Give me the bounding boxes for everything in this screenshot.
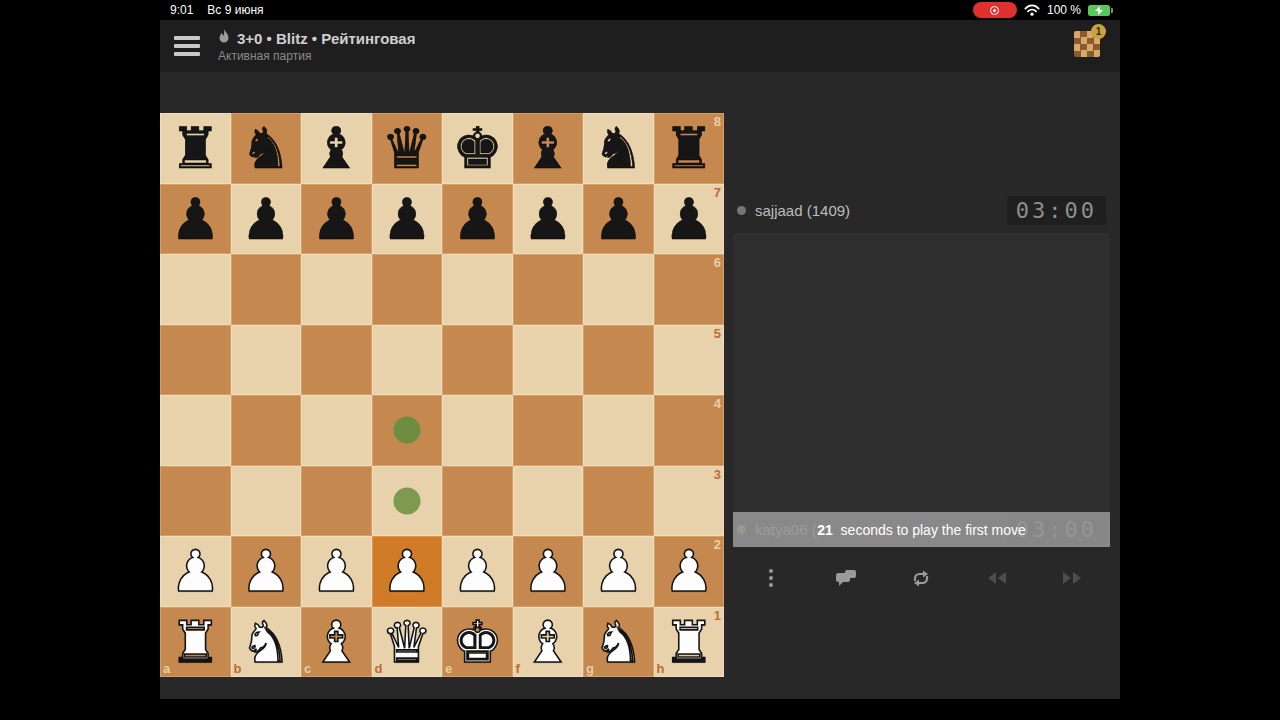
screen-record-indicator[interactable] [973,2,1017,18]
white-pawn[interactable]: ♟ [593,536,644,606]
square-c8[interactable]: ♝ [301,113,372,184]
square-c1[interactable]: ♝c [301,607,372,678]
black-knight[interactable]: ♞ [593,113,644,183]
app-header: 3+0 • Blitz • Рейтинговая Активная парти… [160,20,1120,72]
game-title: 3+0 • Blitz • Рейтинговая [237,30,415,47]
square-d1[interactable]: ♛d [372,607,443,678]
square-g8[interactable]: ♞ [583,113,654,184]
status-bar: 9:01 Вс 9 июня 100 % [160,0,1120,20]
square-a7[interactable]: ♟ [160,184,231,255]
square-d7[interactable]: ♟ [372,184,443,255]
first-move-seconds: 21 [817,522,833,538]
square-d8[interactable]: ♛ [372,113,443,184]
white-knight[interactable]: ♞ [240,607,291,677]
black-rook[interactable]: ♜ [663,113,714,183]
square-g3[interactable] [583,466,654,537]
white-king[interactable]: ♚ [452,607,503,677]
blitz-flame-icon [218,29,231,47]
square-c2[interactable]: ♟ [301,536,372,607]
white-pawn[interactable]: ♟ [240,536,291,606]
square-e6[interactable] [442,254,513,325]
game-controls [733,556,1110,600]
square-f4[interactable] [513,395,584,466]
square-e1[interactable]: ♚e [442,607,513,678]
square-h1[interactable]: ♜h1 [654,607,725,678]
black-king[interactable]: ♚ [452,113,503,183]
square-h3[interactable]: 3 [654,466,725,537]
square-c3[interactable] [301,466,372,537]
white-pawn[interactable]: ♟ [663,536,714,606]
coord-rank-7: 7 [714,185,721,200]
black-pawn[interactable]: ♟ [593,184,644,254]
square-h5[interactable]: 5 [654,325,725,396]
move-hint-dot-d4[interactable] [393,417,420,444]
black-pawn[interactable]: ♟ [663,184,714,254]
coord-rank-5: 5 [714,326,721,341]
coord-file-d: d [375,661,383,676]
notification-badge: 1 [1091,24,1106,39]
square-c7[interactable]: ♟ [301,184,372,255]
square-g6[interactable] [583,254,654,325]
black-bishop[interactable]: ♝ [522,113,573,183]
square-a8[interactable]: ♜ [160,113,231,184]
white-rook[interactable]: ♜ [663,607,714,677]
coord-rank-1: 1 [714,608,721,623]
square-a5[interactable] [160,325,231,396]
square-b3[interactable] [231,466,302,537]
black-rook[interactable]: ♜ [170,113,221,183]
square-c6[interactable] [301,254,372,325]
square-b6[interactable] [231,254,302,325]
square-d5[interactable] [372,325,443,396]
square-b4[interactable] [231,395,302,466]
square-b5[interactable] [231,325,302,396]
coord-rank-3: 3 [714,467,721,482]
square-h2[interactable]: ♟2 [654,536,725,607]
square-c5[interactable] [301,325,372,396]
correspondence-board-icon[interactable]: 1 [1074,31,1100,57]
white-rook[interactable]: ♜ [170,607,221,677]
lichess-app: 9:01 Вс 9 июня 100 % [160,0,1120,699]
battery-icon [1088,5,1110,16]
square-c4[interactable] [301,395,372,466]
player-top-row: sajjaad (1409) 03:00 [733,188,1110,232]
coord-file-h: h [657,661,665,676]
coord-rank-2: 2 [714,537,721,552]
black-pawn[interactable]: ♟ [522,184,573,254]
player-top-name[interactable]: sajjaad (1409) [755,202,850,219]
flip-board-icon[interactable] [904,563,938,593]
chess-board[interactable]: ♜♞♝♛♚♝♞♜8♟♟♟♟♟♟♟♟76543♟♟♟♟♟♟♟♟2♜a♞b♝c♛d♚… [160,113,724,677]
square-f3[interactable] [513,466,584,537]
square-h7[interactable]: ♟7 [654,184,725,255]
square-e7[interactable]: ♟ [442,184,513,255]
white-pawn[interactable]: ♟ [381,536,432,606]
first-move-warning: 21 seconds to play the first move [733,512,1110,547]
square-a1[interactable]: ♜a [160,607,231,678]
square-a2[interactable]: ♟ [160,536,231,607]
coord-rank-8: 8 [714,114,721,129]
black-pawn[interactable]: ♟ [381,184,432,254]
square-h8[interactable]: ♜8 [654,113,725,184]
square-e3[interactable] [442,466,513,537]
coord-file-b: b [234,661,242,676]
square-e5[interactable] [442,325,513,396]
battery-percent: 100 % [1047,3,1081,17]
game-subtitle: Активная партия [218,49,415,63]
square-g7[interactable]: ♟ [583,184,654,255]
player-top-color-dot [737,206,746,215]
black-knight[interactable]: ♞ [240,113,291,183]
white-pawn[interactable]: ♟ [170,536,221,606]
wifi-icon [1024,4,1040,16]
hamburger-menu-icon[interactable] [174,36,200,56]
square-f7[interactable]: ♟ [513,184,584,255]
move-hint-dot-d3[interactable] [393,487,420,514]
white-pawn[interactable]: ♟ [311,536,362,606]
move-list-panel [733,233,1110,512]
coord-rank-6: 6 [714,255,721,270]
square-b7[interactable]: ♟ [231,184,302,255]
square-e4[interactable] [442,395,513,466]
square-g2[interactable]: ♟ [583,536,654,607]
player-bottom-row: katya06 (1 03:00 21 seconds to play the … [733,512,1110,547]
square-f6[interactable] [513,254,584,325]
coord-file-g: g [586,661,594,676]
square-b8[interactable]: ♞ [231,113,302,184]
rewind-icon[interactable] [980,563,1014,593]
black-bishop[interactable]: ♝ [311,113,362,183]
status-time: 9:01 [170,3,193,17]
record-icon [990,6,999,15]
square-f2[interactable]: ♟ [513,536,584,607]
square-b1[interactable]: ♞b [231,607,302,678]
square-a4[interactable] [160,395,231,466]
square-d2[interactable]: ♟ [372,536,443,607]
square-h4[interactable]: 4 [654,395,725,466]
square-a6[interactable] [160,254,231,325]
white-pawn[interactable]: ♟ [452,536,503,606]
black-pawn[interactable]: ♟ [452,184,503,254]
coord-file-e: e [445,661,452,676]
black-pawn[interactable]: ♟ [240,184,291,254]
square-d3[interactable] [372,466,443,537]
square-d4[interactable] [372,395,443,466]
forward-icon[interactable] [1055,563,1089,593]
square-f1[interactable]: ♝f [513,607,584,678]
chat-icon[interactable] [829,563,863,593]
square-e8[interactable]: ♚ [442,113,513,184]
black-pawn[interactable]: ♟ [311,184,362,254]
status-date: Вс 9 июня [207,3,263,17]
white-bishop[interactable]: ♝ [522,607,573,677]
square-a3[interactable] [160,466,231,537]
coord-file-c: c [304,661,311,676]
kebab-menu-icon[interactable] [754,563,788,593]
square-g5[interactable] [583,325,654,396]
coord-rank-4: 4 [714,396,721,411]
white-knight[interactable]: ♞ [593,607,644,677]
coord-file-a: a [163,661,170,676]
square-g4[interactable] [583,395,654,466]
black-queen[interactable]: ♛ [381,113,432,183]
square-b2[interactable]: ♟ [231,536,302,607]
white-queen[interactable]: ♛ [381,607,432,677]
black-pawn[interactable]: ♟ [170,184,221,254]
square-f5[interactable] [513,325,584,396]
square-g1[interactable]: ♞g [583,607,654,678]
white-bishop[interactable]: ♝ [311,607,362,677]
square-f8[interactable]: ♝ [513,113,584,184]
white-pawn[interactable]: ♟ [522,536,573,606]
coord-file-f: f [516,661,520,676]
square-e2[interactable]: ♟ [442,536,513,607]
square-d6[interactable] [372,254,443,325]
square-h6[interactable]: 6 [654,254,725,325]
player-top-clock: 03:00 [1007,196,1106,225]
